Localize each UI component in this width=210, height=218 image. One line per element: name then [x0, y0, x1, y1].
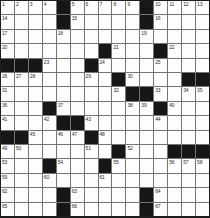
- black-cell-r9c5: [57, 116, 70, 129]
- white-cell-r5c13[interactable]: [168, 59, 181, 72]
- white-cell-r5c4[interactable]: 23: [43, 59, 56, 72]
- white-cell-r13c14[interactable]: [182, 174, 195, 187]
- white-cell-r4c11[interactable]: [140, 44, 153, 57]
- white-cell-r7c6[interactable]: [71, 87, 84, 100]
- white-cell-r10c8[interactable]: 48: [99, 131, 112, 144]
- white-cell-r1c10[interactable]: 9: [126, 1, 139, 14]
- white-cell-r2c12[interactable]: 16: [154, 15, 167, 28]
- clue-number-48: 48: [100, 131, 105, 137]
- white-cell-r5c11[interactable]: [140, 59, 153, 72]
- white-cell-r9c10[interactable]: [126, 116, 139, 129]
- clue-number-47: 47: [72, 131, 77, 137]
- white-cell-r8c3[interactable]: [29, 102, 42, 115]
- white-cell-r12c5[interactable]: 54: [57, 159, 70, 172]
- clue-number-7: 7: [100, 1, 103, 7]
- clue-number-53: 53: [2, 159, 7, 165]
- white-cell-r4c5[interactable]: [57, 44, 70, 57]
- black-cell-r6c14: [182, 73, 195, 86]
- clue-number-38: 38: [127, 102, 132, 108]
- white-cell-r5c15[interactable]: [196, 59, 209, 72]
- white-cell-r3c14[interactable]: [182, 30, 195, 43]
- white-cell-r11c1[interactable]: 49: [1, 145, 14, 158]
- white-cell-r4c3[interactable]: [29, 44, 42, 57]
- white-cell-r13c6[interactable]: [71, 174, 84, 187]
- white-cell-r14c12[interactable]: 64: [154, 188, 167, 201]
- white-cell-r6c1[interactable]: 26: [1, 73, 14, 86]
- white-cell-r6c12[interactable]: [154, 73, 167, 86]
- black-cell-r8c4: [43, 102, 56, 115]
- white-cell-r11c2[interactable]: 50: [15, 145, 28, 158]
- clue-number-32: 32: [113, 87, 118, 93]
- black-cell-r6c15: [196, 73, 209, 86]
- white-cell-r5c14[interactable]: [182, 59, 195, 72]
- white-cell-r13c15[interactable]: [196, 174, 209, 187]
- white-cell-r6c8[interactable]: [99, 73, 112, 86]
- clue-number-21: 21: [113, 44, 118, 50]
- white-cell-r15c2[interactable]: [15, 203, 28, 216]
- white-cell-r8c8[interactable]: [99, 102, 112, 115]
- white-cell-r15c15[interactable]: [196, 203, 209, 216]
- white-cell-r10c9[interactable]: [112, 131, 125, 144]
- white-cell-r6c5[interactable]: [57, 73, 70, 86]
- black-cell-r15c11: [140, 203, 153, 216]
- crossword-grid: 1234567891011121314151617181920212223242…: [0, 0, 210, 218]
- clue-number-28: 28: [30, 73, 35, 79]
- white-cell-r3c10[interactable]: [126, 30, 139, 43]
- clue-number-8: 8: [113, 1, 116, 7]
- white-cell-r1c7[interactable]: 6: [85, 1, 98, 14]
- white-cell-r4c13[interactable]: 22: [168, 44, 181, 57]
- clue-number-29: 29: [86, 73, 91, 79]
- white-cell-r7c2[interactable]: [15, 87, 28, 100]
- white-cell-r10c11[interactable]: [140, 131, 153, 144]
- white-cell-r3c6[interactable]: [71, 30, 84, 43]
- clue-number-42: 42: [44, 116, 49, 122]
- clue-number-13: 13: [197, 1, 202, 7]
- clue-number-6: 6: [86, 1, 89, 7]
- white-cell-r8c1[interactable]: 36: [1, 102, 14, 115]
- clue-number-63: 63: [72, 188, 77, 194]
- white-cell-r9c11[interactable]: [140, 116, 153, 129]
- white-cell-r13c8[interactable]: 61: [99, 174, 112, 187]
- black-cell-r5c2: [15, 59, 28, 72]
- clue-number-19: 19: [141, 30, 146, 36]
- white-cell-r8c13[interactable]: 40: [168, 102, 181, 115]
- clue-number-3: 3: [30, 1, 33, 7]
- black-cell-r12c8: [99, 159, 112, 172]
- black-cell-r8c12: [154, 102, 167, 115]
- white-cell-r10c10[interactable]: [126, 131, 139, 144]
- clue-number-36: 36: [2, 102, 7, 108]
- clue-number-20: 20: [2, 44, 7, 50]
- clue-number-25: 25: [155, 59, 160, 65]
- white-cell-r14c1[interactable]: 62: [1, 188, 14, 201]
- white-cell-r14c9[interactable]: [112, 188, 125, 201]
- white-cell-r2c10[interactable]: [126, 15, 139, 28]
- white-cell-r13c3[interactable]: [29, 174, 42, 187]
- white-cell-r3c4[interactable]: [43, 30, 56, 43]
- white-cell-r1c1[interactable]: 1: [1, 1, 14, 14]
- black-cell-r11c14: [182, 145, 195, 158]
- white-cell-r10c3[interactable]: 45: [29, 131, 42, 144]
- clue-number-59: 59: [2, 174, 7, 180]
- white-cell-r4c10[interactable]: [126, 44, 139, 57]
- white-cell-r8c7[interactable]: [85, 102, 98, 115]
- clue-number-5: 5: [72, 1, 75, 7]
- clue-number-12: 12: [183, 1, 188, 7]
- white-cell-r12c10[interactable]: [126, 159, 139, 172]
- clue-number-66: 66: [72, 203, 77, 209]
- clue-number-39: 39: [141, 102, 146, 108]
- white-cell-r7c1[interactable]: 31: [1, 87, 14, 100]
- white-cell-r3c13[interactable]: [168, 30, 181, 43]
- white-cell-r12c7[interactable]: [85, 159, 98, 172]
- white-cell-r4c6[interactable]: [71, 44, 84, 57]
- black-cell-r11c13: [168, 145, 181, 158]
- clue-number-31: 31: [2, 87, 7, 93]
- clue-number-2: 2: [16, 1, 19, 7]
- white-cell-r2c13[interactable]: [168, 15, 181, 28]
- clue-number-61: 61: [100, 174, 105, 180]
- white-cell-r12c12[interactable]: [154, 159, 167, 172]
- white-cell-r15c9[interactable]: [112, 203, 125, 216]
- clue-number-22: 22: [169, 44, 174, 50]
- white-cell-r8c10[interactable]: 38: [126, 102, 139, 115]
- clue-number-57: 57: [183, 159, 188, 165]
- white-cell-r10c12[interactable]: [154, 131, 167, 144]
- clue-number-40: 40: [169, 102, 174, 108]
- black-cell-r7c10: [126, 87, 139, 100]
- white-cell-r15c10[interactable]: [126, 203, 139, 216]
- white-cell-r7c9[interactable]: 32: [112, 87, 125, 100]
- clue-number-51: 51: [86, 145, 91, 151]
- clue-number-26: 26: [2, 73, 7, 79]
- white-cell-r1c13[interactable]: 11: [168, 1, 181, 14]
- white-cell-r4c4[interactable]: [43, 44, 56, 57]
- black-cell-r10c7: [85, 131, 98, 144]
- white-cell-r3c5[interactable]: 18: [57, 30, 70, 43]
- black-cell-r14c5: [57, 188, 70, 201]
- clue-number-18: 18: [58, 30, 63, 36]
- white-cell-r11c5[interactable]: [57, 145, 70, 158]
- black-cell-r1c5: [57, 1, 70, 14]
- white-cell-r8c11[interactable]: 39: [140, 102, 153, 115]
- white-cell-r6c10[interactable]: 30: [126, 73, 139, 86]
- clue-number-46: 46: [58, 131, 63, 137]
- white-cell-r6c13[interactable]: [168, 73, 181, 86]
- white-cell-r6c3[interactable]: 28: [29, 73, 42, 86]
- white-cell-r2c8[interactable]: [99, 15, 112, 28]
- white-cell-r11c7[interactable]: 51: [85, 145, 98, 158]
- white-cell-r2c9[interactable]: [112, 15, 125, 28]
- clue-number-62: 62: [2, 188, 7, 194]
- white-cell-r8c15[interactable]: [196, 102, 209, 115]
- white-cell-r2c15[interactable]: [196, 15, 209, 28]
- black-cell-r15c5: [57, 203, 70, 216]
- white-cell-r10c13[interactable]: [168, 131, 181, 144]
- white-cell-r12c1[interactable]: 53: [1, 159, 14, 172]
- white-cell-r14c13[interactable]: [168, 188, 181, 201]
- white-cell-r2c14[interactable]: [182, 15, 195, 28]
- clue-number-16: 16: [155, 15, 160, 21]
- white-cell-r10c5[interactable]: 46: [57, 131, 70, 144]
- black-cell-r11c9: [112, 145, 125, 158]
- white-cell-r5c6[interactable]: [71, 59, 84, 72]
- white-cell-r14c10[interactable]: [126, 188, 139, 201]
- white-cell-r15c6[interactable]: 66: [71, 203, 84, 216]
- clue-number-4: 4: [44, 1, 47, 7]
- white-cell-r1c2[interactable]: 2: [15, 1, 28, 14]
- clue-number-17: 17: [2, 30, 7, 36]
- white-cell-r4c14[interactable]: [182, 44, 195, 57]
- white-cell-r6c7[interactable]: 29: [85, 73, 98, 86]
- white-cell-r14c2[interactable]: [15, 188, 28, 201]
- white-cell-r14c3[interactable]: [29, 188, 42, 201]
- white-cell-r1c4[interactable]: 4: [43, 1, 56, 14]
- clue-number-9: 9: [127, 1, 130, 7]
- white-cell-r11c3[interactable]: [29, 145, 42, 158]
- white-cell-r9c7[interactable]: 43: [85, 116, 98, 129]
- clue-number-41: 41: [2, 116, 7, 122]
- clue-number-45: 45: [30, 131, 35, 137]
- white-cell-r13c2[interactable]: [15, 174, 28, 187]
- white-cell-r12c3[interactable]: [29, 159, 42, 172]
- clue-number-35: 35: [197, 87, 202, 93]
- white-cell-r12c2[interactable]: [15, 159, 28, 172]
- white-cell-r4c7[interactable]: [85, 44, 98, 57]
- white-cell-r3c12[interactable]: [154, 30, 167, 43]
- clue-number-44: 44: [155, 116, 160, 122]
- clue-number-15: 15: [72, 15, 77, 21]
- white-cell-r9c8[interactable]: [99, 116, 112, 129]
- white-cell-r10c15[interactable]: [196, 131, 209, 144]
- white-cell-r5c8[interactable]: 24: [99, 59, 112, 72]
- white-cell-r12c14[interactable]: 57: [182, 159, 195, 172]
- white-cell-r4c9[interactable]: 21: [112, 44, 125, 57]
- white-cell-r2c2[interactable]: [15, 15, 28, 28]
- white-cell-r3c9[interactable]: [112, 30, 125, 43]
- white-cell-r14c6[interactable]: 63: [71, 188, 84, 201]
- white-cell-r14c7[interactable]: [85, 188, 98, 201]
- white-cell-r5c5[interactable]: [57, 59, 70, 72]
- clue-number-1: 1: [2, 1, 5, 7]
- clue-number-23: 23: [44, 59, 49, 65]
- white-cell-r5c12[interactable]: 25: [154, 59, 167, 72]
- white-cell-r12c15[interactable]: 58: [196, 159, 209, 172]
- clue-number-64: 64: [155, 188, 160, 194]
- white-cell-r6c4[interactable]: [43, 73, 56, 86]
- white-cell-r3c15[interactable]: [196, 30, 209, 43]
- white-cell-r3c1[interactable]: 17: [1, 30, 14, 43]
- white-cell-r8c6[interactable]: [71, 102, 84, 115]
- white-cell-r1c12[interactable]: 10: [154, 1, 167, 14]
- white-cell-r6c2[interactable]: 27: [15, 73, 28, 86]
- white-cell-r13c4[interactable]: 60: [43, 174, 56, 187]
- clue-number-14: 14: [2, 15, 7, 21]
- white-cell-r4c2[interactable]: [15, 44, 28, 57]
- white-cell-r8c9[interactable]: [112, 102, 125, 115]
- white-cell-r4c15[interactable]: [196, 44, 209, 57]
- clue-number-55: 55: [113, 159, 118, 165]
- white-cell-r7c4[interactable]: [43, 87, 56, 100]
- white-cell-r1c6[interactable]: 5: [71, 1, 84, 14]
- white-cell-r11c4[interactable]: [43, 145, 56, 158]
- white-cell-r7c13[interactable]: [168, 87, 181, 100]
- clue-number-24: 24: [100, 59, 105, 65]
- white-cell-r2c6[interactable]: 15: [71, 15, 84, 28]
- white-cell-r7c12[interactable]: 33: [154, 87, 167, 100]
- white-cell-r2c7[interactable]: [85, 15, 98, 28]
- white-cell-r9c15[interactable]: [196, 116, 209, 129]
- white-cell-r3c7[interactable]: [85, 30, 98, 43]
- black-cell-r2c11: [140, 15, 153, 28]
- black-cell-r14c11: [140, 188, 153, 201]
- white-cell-r15c14[interactable]: [182, 203, 195, 216]
- white-cell-r9c9[interactable]: [112, 116, 125, 129]
- clue-number-11: 11: [169, 1, 174, 7]
- clue-number-43: 43: [86, 116, 91, 122]
- white-cell-r6c6[interactable]: [71, 73, 84, 86]
- white-cell-r14c15[interactable]: [196, 188, 209, 201]
- white-cell-r9c2[interactable]: [15, 116, 28, 129]
- clue-number-58: 58: [197, 159, 202, 165]
- white-cell-r2c4[interactable]: [43, 15, 56, 28]
- white-cell-r7c14[interactable]: 34: [182, 87, 195, 100]
- white-cell-r3c11[interactable]: 19: [140, 30, 153, 43]
- white-cell-r4c1[interactable]: 20: [1, 44, 14, 57]
- white-cell-r10c14[interactable]: [182, 131, 195, 144]
- clue-number-33: 33: [155, 87, 160, 93]
- white-cell-r10c6[interactable]: 47: [71, 131, 84, 144]
- white-cell-r1c14[interactable]: 12: [182, 1, 195, 14]
- white-cell-r13c11[interactable]: [140, 174, 153, 187]
- white-cell-r9c3[interactable]: [29, 116, 42, 129]
- white-cell-r11c11[interactable]: [140, 145, 153, 158]
- clue-number-37: 37: [58, 102, 63, 108]
- black-cell-r10c1: [1, 131, 14, 144]
- white-cell-r7c7[interactable]: [85, 87, 98, 100]
- black-cell-r4c8: [99, 44, 112, 57]
- white-cell-r9c1[interactable]: 41: [1, 116, 14, 129]
- white-cell-r7c5[interactable]: [57, 87, 70, 100]
- clue-number-65: 65: [2, 203, 7, 209]
- black-cell-r9c6: [71, 116, 84, 129]
- white-cell-r8c5[interactable]: 37: [57, 102, 70, 115]
- white-cell-r12c6[interactable]: [71, 159, 84, 172]
- black-cell-r12c4: [43, 159, 56, 172]
- white-cell-r13c5[interactable]: [57, 174, 70, 187]
- white-cell-r2c3[interactable]: [29, 15, 42, 28]
- white-cell-r1c9[interactable]: 8: [112, 1, 125, 14]
- black-cell-r7c11: [140, 87, 153, 100]
- black-cell-r5c1: [1, 59, 14, 72]
- white-cell-r11c8[interactable]: [99, 145, 112, 158]
- white-cell-r6c11[interactable]: [140, 73, 153, 86]
- black-cell-r2c5: [57, 15, 70, 28]
- white-cell-r15c1[interactable]: 65: [1, 203, 14, 216]
- white-cell-r5c9[interactable]: [112, 59, 125, 72]
- white-cell-r1c8[interactable]: 7: [99, 1, 112, 14]
- black-cell-r10c2: [15, 131, 28, 144]
- white-cell-r13c9[interactable]: [112, 174, 125, 187]
- white-cell-r15c3[interactable]: [29, 203, 42, 216]
- white-cell-r9c4[interactable]: 42: [43, 116, 56, 129]
- white-cell-r9c14[interactable]: [182, 116, 195, 129]
- white-cell-r8c14[interactable]: [182, 102, 195, 115]
- white-cell-r11c6[interactable]: [71, 145, 84, 158]
- black-cell-r6c9: [112, 73, 125, 86]
- white-cell-r12c13[interactable]: 56: [168, 159, 181, 172]
- white-cell-r11c12[interactable]: [154, 145, 167, 158]
- white-cell-r12c11[interactable]: [140, 159, 153, 172]
- white-cell-r13c10[interactable]: [126, 174, 139, 187]
- white-cell-r14c4[interactable]: [43, 188, 56, 201]
- black-cell-r5c3: [29, 59, 42, 72]
- white-cell-r1c15[interactable]: 13: [196, 1, 209, 14]
- clue-number-34: 34: [183, 87, 188, 93]
- white-cell-r3c8[interactable]: [99, 30, 112, 43]
- black-cell-r1c11: [140, 1, 153, 14]
- white-cell-r13c12[interactable]: [154, 174, 167, 187]
- white-cell-r7c3[interactable]: [29, 87, 42, 100]
- white-cell-r9c12[interactable]: 44: [154, 116, 167, 129]
- black-cell-r4c12: [154, 44, 167, 57]
- clue-number-56: 56: [169, 159, 174, 165]
- white-cell-r3c3[interactable]: [29, 30, 42, 43]
- white-cell-r12c9[interactable]: 55: [112, 159, 125, 172]
- white-cell-r15c13[interactable]: [168, 203, 181, 216]
- white-cell-r5c10[interactable]: [126, 59, 139, 72]
- black-cell-r11c15: [196, 145, 209, 158]
- white-cell-r14c14[interactable]: [182, 188, 195, 201]
- white-cell-r14c8[interactable]: [99, 188, 112, 201]
- white-cell-r15c4[interactable]: [43, 203, 56, 216]
- white-cell-r11c10[interactable]: 52: [126, 145, 139, 158]
- clue-number-10: 10: [155, 1, 160, 7]
- clue-number-30: 30: [127, 73, 132, 79]
- white-cell-r7c8[interactable]: [99, 87, 112, 100]
- white-cell-r9c13[interactable]: [168, 116, 181, 129]
- white-cell-r10c4[interactable]: [43, 131, 56, 144]
- white-cell-r7c15[interactable]: 35: [196, 87, 209, 100]
- clue-number-52: 52: [127, 145, 132, 151]
- white-cell-r3c2[interactable]: [15, 30, 28, 43]
- white-cell-r15c8[interactable]: [99, 203, 112, 216]
- white-cell-r2c1[interactable]: 14: [1, 15, 14, 28]
- white-cell-r15c7[interactable]: [85, 203, 98, 216]
- black-cell-r5c7: [85, 59, 98, 72]
- white-cell-r8c2[interactable]: [15, 102, 28, 115]
- white-cell-r13c7[interactable]: [85, 174, 98, 187]
- clue-number-67: 67: [155, 203, 160, 209]
- clue-number-60: 60: [44, 174, 49, 180]
- white-cell-r13c1[interactable]: 59: [1, 174, 14, 187]
- clue-number-50: 50: [16, 145, 21, 151]
- white-cell-r1c3[interactable]: 3: [29, 1, 42, 14]
- clue-number-27: 27: [16, 73, 21, 79]
- clue-number-54: 54: [58, 159, 63, 165]
- white-cell-r15c12[interactable]: 67: [154, 203, 167, 216]
- clue-number-49: 49: [2, 145, 7, 151]
- white-cell-r13c13[interactable]: [168, 174, 181, 187]
